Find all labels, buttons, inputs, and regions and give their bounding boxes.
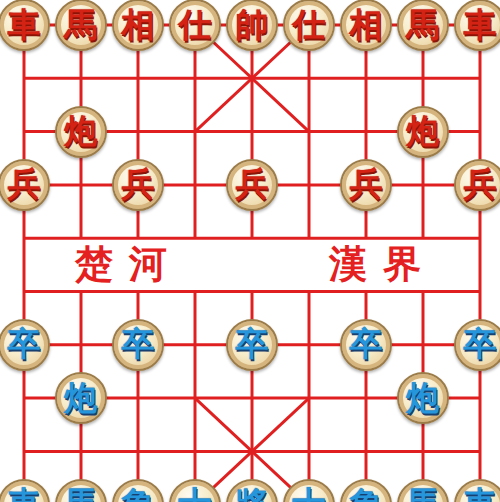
piece-red-elephant[interactable]: 相 <box>112 0 164 51</box>
piece-glyph: 仕 <box>179 8 212 41</box>
xiangqi-board[interactable]: 楚河 漢界 車馬相仕帥仕相馬車炮炮兵兵兵兵兵卒卒卒卒卒炮炮車馬象士將士象馬車 <box>0 0 500 502</box>
piece-glyph: 馬 <box>65 487 98 502</box>
piece-black-soldier[interactable]: 卒 <box>112 319 164 371</box>
piece-red-cannon[interactable]: 炮 <box>397 106 449 158</box>
piece-glyph: 象 <box>122 487 155 502</box>
piece-glyph: 馬 <box>407 487 440 502</box>
piece-glyph: 士 <box>293 487 326 502</box>
piece-glyph: 馬 <box>65 8 98 41</box>
piece-glyph: 炮 <box>407 381 440 414</box>
piece-red-general[interactable]: 帥 <box>226 0 278 51</box>
piece-glyph: 馬 <box>407 8 440 41</box>
piece-glyph: 象 <box>350 487 383 502</box>
piece-glyph: 炮 <box>65 381 98 414</box>
piece-black-soldier[interactable]: 卒 <box>226 319 278 371</box>
piece-glyph: 車 <box>464 8 497 41</box>
piece-glyph: 相 <box>122 8 155 41</box>
piece-red-cannon[interactable]: 炮 <box>55 106 107 158</box>
piece-red-elephant[interactable]: 相 <box>340 0 392 51</box>
piece-glyph: 仕 <box>293 8 326 41</box>
piece-red-soldier[interactable]: 兵 <box>226 159 278 211</box>
piece-black-soldier[interactable]: 卒 <box>340 319 392 371</box>
piece-red-horse[interactable]: 馬 <box>397 0 449 51</box>
piece-black-soldier[interactable]: 卒 <box>0 319 50 371</box>
piece-red-soldier[interactable]: 兵 <box>454 159 500 211</box>
piece-glyph: 兵 <box>350 167 383 200</box>
piece-black-cannon[interactable]: 炮 <box>55 372 107 424</box>
piece-glyph: 車 <box>8 487 41 502</box>
piece-red-soldier[interactable]: 兵 <box>0 159 50 211</box>
piece-glyph: 相 <box>350 8 383 41</box>
piece-black-soldier[interactable]: 卒 <box>454 319 500 371</box>
piece-glyph: 兵 <box>8 167 41 200</box>
piece-glyph: 炮 <box>407 114 440 147</box>
piece-glyph: 士 <box>179 487 212 502</box>
piece-glyph: 帥 <box>236 8 269 41</box>
river-label-left: 楚河 <box>59 239 183 290</box>
piece-glyph: 兵 <box>236 167 269 200</box>
piece-glyph: 卒 <box>122 327 155 360</box>
piece-red-soldier[interactable]: 兵 <box>112 159 164 211</box>
piece-glyph: 兵 <box>464 167 497 200</box>
piece-glyph: 車 <box>8 8 41 41</box>
piece-red-advisor[interactable]: 仕 <box>283 0 335 51</box>
piece-glyph: 卒 <box>350 327 383 360</box>
piece-glyph: 卒 <box>8 327 41 360</box>
river-label-right: 漢界 <box>313 239 437 290</box>
piece-red-chariot[interactable]: 車 <box>454 0 500 51</box>
piece-glyph: 車 <box>464 487 497 502</box>
piece-black-cannon[interactable]: 炮 <box>397 372 449 424</box>
piece-glyph: 卒 <box>464 327 497 360</box>
piece-red-soldier[interactable]: 兵 <box>340 159 392 211</box>
piece-red-advisor[interactable]: 仕 <box>169 0 221 51</box>
piece-glyph: 將 <box>236 487 269 502</box>
piece-glyph: 兵 <box>122 167 155 200</box>
piece-glyph: 炮 <box>65 114 98 147</box>
piece-glyph: 卒 <box>236 327 269 360</box>
piece-red-horse[interactable]: 馬 <box>55 0 107 51</box>
